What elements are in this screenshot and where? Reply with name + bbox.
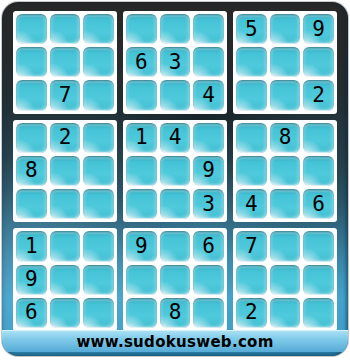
cell-r3c6: 4 [193, 80, 224, 110]
cell-r7c2[interactable] [50, 231, 81, 261]
cell-r2c4: 6 [126, 47, 157, 77]
cell-r9c4[interactable] [126, 298, 157, 328]
cell-r7c4: 9 [126, 231, 157, 261]
cell-r4c7[interactable] [236, 123, 267, 153]
site-url[interactable]: www.sudokusweb.com [76, 333, 273, 351]
cell-r6c5[interactable] [160, 189, 191, 219]
cell-r3c3[interactable] [83, 80, 114, 110]
cell-r6c1[interactable] [16, 189, 47, 219]
cell-r3c2: 7 [50, 80, 81, 110]
cell-r6c2[interactable] [50, 189, 81, 219]
cell-r2c6[interactable] [193, 47, 224, 77]
cell-r2c9[interactable] [303, 47, 334, 77]
box-r2c2: 1493 [123, 120, 227, 223]
cell-r9c5: 8 [160, 298, 191, 328]
cell-r4c1[interactable] [16, 123, 47, 153]
cell-r5c7[interactable] [236, 156, 267, 186]
cell-r8c4[interactable] [126, 265, 157, 295]
cell-r5c3[interactable] [83, 156, 114, 186]
cell-r8c5[interactable] [160, 265, 191, 295]
box-r1c3: 592 [233, 11, 337, 114]
site-banner: www.sudokusweb.com [2, 330, 348, 352]
cell-r5c1: 8 [16, 156, 47, 186]
cell-r9c8[interactable] [270, 298, 301, 328]
cell-r1c4[interactable] [126, 14, 157, 44]
cell-r9c3[interactable] [83, 298, 114, 328]
cell-r4c9[interactable] [303, 123, 334, 153]
cell-r9c9[interactable] [303, 298, 334, 328]
cell-r1c5[interactable] [160, 14, 191, 44]
box-r2c1: 28 [13, 120, 117, 223]
sudoku-board-image: 763459228149384619696872 www.sudokusweb.… [0, 0, 350, 360]
cell-r3c8[interactable] [270, 80, 301, 110]
cell-r7c6: 6 [193, 231, 224, 261]
cell-r5c9[interactable] [303, 156, 334, 186]
cell-r1c3[interactable] [83, 14, 114, 44]
cell-r3c4[interactable] [126, 80, 157, 110]
cell-r3c9: 2 [303, 80, 334, 110]
cell-r5c2[interactable] [50, 156, 81, 186]
cell-r1c9: 9 [303, 14, 334, 44]
cell-r8c6[interactable] [193, 265, 224, 295]
cell-r8c7[interactable] [236, 265, 267, 295]
cell-r8c1: 9 [16, 265, 47, 295]
cell-r8c3[interactable] [83, 265, 114, 295]
cell-r4c2: 2 [50, 123, 81, 153]
cell-r2c2[interactable] [50, 47, 81, 77]
cell-r6c9: 6 [303, 189, 334, 219]
cell-r2c1[interactable] [16, 47, 47, 77]
cell-r6c8[interactable] [270, 189, 301, 219]
box-r3c3: 72 [233, 228, 337, 331]
sudoku-grid: 763459228149384619696872 [13, 11, 337, 331]
cell-r4c5: 4 [160, 123, 191, 153]
cell-r4c6[interactable] [193, 123, 224, 153]
cell-r8c8[interactable] [270, 265, 301, 295]
cell-r5c8[interactable] [270, 156, 301, 186]
cell-r8c2[interactable] [50, 265, 81, 295]
cell-r5c5[interactable] [160, 156, 191, 186]
cell-r1c8[interactable] [270, 14, 301, 44]
cell-r7c1: 1 [16, 231, 47, 261]
cell-r2c8[interactable] [270, 47, 301, 77]
cell-r9c2[interactable] [50, 298, 81, 328]
box-r1c1: 7 [13, 11, 117, 114]
cell-r9c1: 6 [16, 298, 47, 328]
cell-r1c2[interactable] [50, 14, 81, 44]
cell-r2c7[interactable] [236, 47, 267, 77]
cell-r3c1[interactable] [16, 80, 47, 110]
cell-r9c6[interactable] [193, 298, 224, 328]
cell-r4c4: 1 [126, 123, 157, 153]
cell-r1c7: 5 [236, 14, 267, 44]
cell-r6c4[interactable] [126, 189, 157, 219]
cell-r2c5: 3 [160, 47, 191, 77]
cell-r9c7: 2 [236, 298, 267, 328]
cell-r1c1[interactable] [16, 14, 47, 44]
cell-r7c7: 7 [236, 231, 267, 261]
box-r1c2: 634 [123, 11, 227, 114]
cell-r3c7[interactable] [236, 80, 267, 110]
cell-r4c3[interactable] [83, 123, 114, 153]
cell-r6c6: 3 [193, 189, 224, 219]
cell-r3c5[interactable] [160, 80, 191, 110]
cell-r5c6: 9 [193, 156, 224, 186]
box-r3c1: 196 [13, 228, 117, 331]
box-r2c3: 846 [233, 120, 337, 223]
board-frame: 763459228149384619696872 www.sudokusweb.… [2, 2, 348, 356]
cell-r4c8: 8 [270, 123, 301, 153]
cell-r7c9[interactable] [303, 231, 334, 261]
cell-r5c4[interactable] [126, 156, 157, 186]
cell-r6c7: 4 [236, 189, 267, 219]
cell-r7c8[interactable] [270, 231, 301, 261]
cell-r2c3[interactable] [83, 47, 114, 77]
box-r3c2: 968 [123, 228, 227, 331]
cell-r7c3[interactable] [83, 231, 114, 261]
cell-r7c5[interactable] [160, 231, 191, 261]
cell-r6c3[interactable] [83, 189, 114, 219]
cell-r8c9[interactable] [303, 265, 334, 295]
cell-r1c6[interactable] [193, 14, 224, 44]
